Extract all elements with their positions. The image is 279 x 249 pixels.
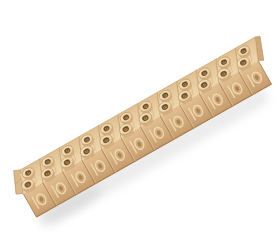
terminal-block-product-image (0, 0, 279, 249)
terminal-strip (5, 33, 279, 221)
photo-canvas (0, 0, 279, 249)
